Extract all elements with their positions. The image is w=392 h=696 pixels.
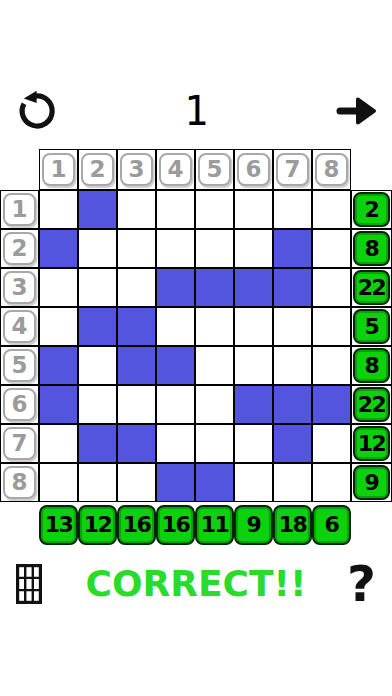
col-header-label: 8: [315, 153, 348, 186]
col-sum-label: 12: [78, 505, 117, 545]
col-header-label: 2: [81, 153, 114, 186]
board-corner-bottom-left: [0, 502, 39, 547]
cell-r4c6[interactable]: [234, 307, 273, 346]
row-sum-3: 22: [351, 268, 392, 307]
cell-r5c5[interactable]: [195, 346, 234, 385]
cell-r2c8[interactable]: [312, 229, 351, 268]
cell-r4c5[interactable]: [195, 307, 234, 346]
cell-r8c7[interactable]: [273, 463, 312, 502]
col-header-8: 8: [312, 149, 351, 190]
row-header-7: 7: [0, 424, 39, 463]
cell-r4c7[interactable]: [273, 307, 312, 346]
row-header-label: 8: [3, 466, 36, 499]
col-header-3: 3: [117, 149, 156, 190]
col-header-1: 1: [39, 149, 78, 190]
cell-r3c1[interactable]: [39, 268, 78, 307]
help-button[interactable]: ?: [347, 559, 376, 609]
cell-r6c7[interactable]: [273, 385, 312, 424]
col-sum-label: 9: [234, 505, 273, 545]
cell-r2c7[interactable]: [273, 229, 312, 268]
cell-r1c7[interactable]: [273, 190, 312, 229]
cell-r2c2[interactable]: [78, 229, 117, 268]
cell-r6c5[interactable]: [195, 385, 234, 424]
row-header-2: 2: [0, 229, 39, 268]
col-sum-label: 11: [195, 505, 234, 545]
cell-r3c8[interactable]: [312, 268, 351, 307]
col-sum-4: 16: [156, 502, 195, 547]
col-header-5: 5: [195, 149, 234, 190]
col-sum-2: 12: [78, 502, 117, 547]
row-sum-label: 8: [353, 231, 390, 266]
cell-r1c8[interactable]: [312, 190, 351, 229]
row-header-label: 4: [3, 310, 36, 343]
level-number: 1: [184, 91, 208, 131]
status-text: CORRECT!!: [86, 566, 307, 602]
cell-r7c1[interactable]: [39, 424, 78, 463]
undo-button[interactable]: [14, 88, 60, 134]
row-sum-label: 22: [353, 387, 390, 422]
undo-circular-arrow-icon: [14, 88, 60, 134]
next-level-button[interactable]: [334, 91, 378, 131]
cell-r6c1[interactable]: [39, 385, 78, 424]
row-sum-label: 12: [353, 426, 390, 461]
cell-r7c4[interactable]: [156, 424, 195, 463]
cell-r8c6[interactable]: [234, 463, 273, 502]
cell-r1c4[interactable]: [156, 190, 195, 229]
col-header-label: 6: [237, 153, 270, 186]
row-sum-label: 8: [353, 348, 390, 383]
row-sum-2: 8: [351, 229, 392, 268]
cell-r5c2[interactable]: [78, 346, 117, 385]
cell-r2c5[interactable]: [195, 229, 234, 268]
board-corner-top-left: [0, 149, 39, 190]
col-sum-8: 6: [312, 502, 351, 547]
col-header-label: 1: [42, 153, 75, 186]
cell-r7c3[interactable]: [117, 424, 156, 463]
col-sum-label: 18: [273, 505, 312, 545]
col-header-label: 3: [120, 153, 153, 186]
cell-r3c2[interactable]: [78, 268, 117, 307]
col-sum-3: 16: [117, 502, 156, 547]
row-header-label: 2: [3, 232, 36, 265]
board: 1234567812283224558622712891312161611918…: [0, 149, 392, 547]
cell-r6c8[interactable]: [312, 385, 351, 424]
col-header-7: 7: [273, 149, 312, 190]
cell-r3c3[interactable]: [117, 268, 156, 307]
cell-r5c6[interactable]: [234, 346, 273, 385]
board-corner-bottom-right: [351, 502, 392, 547]
col-sum-1: 13: [39, 502, 78, 547]
cell-r7c7[interactable]: [273, 424, 312, 463]
col-sum-label: 6: [312, 505, 351, 545]
cell-r6c4[interactable]: [156, 385, 195, 424]
grid-3x3-icon: [16, 564, 42, 604]
cell-r2c4[interactable]: [156, 229, 195, 268]
bottom-toolbar: CORRECT!! ?: [0, 552, 392, 616]
col-sum-5: 11: [195, 502, 234, 547]
cell-r3c4[interactable]: [156, 268, 195, 307]
board-select-button[interactable]: [16, 564, 42, 604]
row-header-3: 3: [0, 268, 39, 307]
cell-r3c7[interactable]: [273, 268, 312, 307]
cell-r7c6[interactable]: [234, 424, 273, 463]
col-sum-label: 16: [156, 505, 195, 545]
col-sum-6: 9: [234, 502, 273, 547]
right-arrow-icon: [334, 91, 378, 131]
cell-r7c5[interactable]: [195, 424, 234, 463]
row-sum-label: 5: [353, 309, 390, 344]
cell-r1c3[interactable]: [117, 190, 156, 229]
row-sum-8: 9: [351, 463, 392, 502]
cell-r1c6[interactable]: [234, 190, 273, 229]
cell-r4c8[interactable]: [312, 307, 351, 346]
row-sum-5: 8: [351, 346, 392, 385]
col-header-label: 4: [159, 153, 192, 186]
cell-r3c5[interactable]: [195, 268, 234, 307]
row-header-5: 5: [0, 346, 39, 385]
cell-r6c6[interactable]: [234, 385, 273, 424]
row-header-label: 1: [3, 193, 36, 226]
row-header-label: 6: [3, 388, 36, 421]
row-sum-4: 5: [351, 307, 392, 346]
cell-r5c4[interactable]: [156, 346, 195, 385]
row-sum-1: 2: [351, 190, 392, 229]
cell-r5c1[interactable]: [39, 346, 78, 385]
col-sum-label: 16: [117, 505, 156, 545]
row-sum-label: 9: [353, 465, 390, 500]
cell-r5c3[interactable]: [117, 346, 156, 385]
cell-r5c8[interactable]: [312, 346, 351, 385]
cell-r4c3[interactable]: [117, 307, 156, 346]
cell-r6c2[interactable]: [78, 385, 117, 424]
row-header-label: 7: [3, 427, 36, 460]
cell-r6c3[interactable]: [117, 385, 156, 424]
cell-r8c2[interactable]: [78, 463, 117, 502]
cell-r4c1[interactable]: [39, 307, 78, 346]
col-header-6: 6: [234, 149, 273, 190]
cell-r1c2[interactable]: [78, 190, 117, 229]
row-sum-label: 2: [353, 192, 390, 227]
row-sum-7: 12: [351, 424, 392, 463]
col-header-2: 2: [78, 149, 117, 190]
col-header-label: 7: [276, 153, 309, 186]
board-corner-top-right: [351, 149, 392, 190]
row-header-label: 3: [3, 271, 36, 304]
cell-r2c1[interactable]: [39, 229, 78, 268]
row-header-label: 5: [3, 349, 36, 382]
kakurasu-app: 1 12345678122832245586227128913121616119…: [0, 0, 392, 696]
col-sum-label: 13: [39, 505, 78, 545]
cell-r5c7[interactable]: [273, 346, 312, 385]
col-sum-7: 18: [273, 502, 312, 547]
top-toolbar: 1: [0, 82, 392, 140]
cell-r2c3[interactable]: [117, 229, 156, 268]
col-header-label: 5: [198, 153, 231, 186]
cell-r1c5[interactable]: [195, 190, 234, 229]
row-header-4: 4: [0, 307, 39, 346]
row-header-6: 6: [0, 385, 39, 424]
cell-r8c5[interactable]: [195, 463, 234, 502]
cell-r7c8[interactable]: [312, 424, 351, 463]
cell-r8c8[interactable]: [312, 463, 351, 502]
cell-r2c6[interactable]: [234, 229, 273, 268]
cell-r8c1[interactable]: [39, 463, 78, 502]
row-header-1: 1: [0, 190, 39, 229]
col-header-4: 4: [156, 149, 195, 190]
cell-r7c2[interactable]: [78, 424, 117, 463]
row-sum-label: 22: [353, 270, 390, 305]
cell-r8c3[interactable]: [117, 463, 156, 502]
cell-r1c1[interactable]: [39, 190, 78, 229]
cell-r3c6[interactable]: [234, 268, 273, 307]
cell-r4c2[interactable]: [78, 307, 117, 346]
row-sum-6: 22: [351, 385, 392, 424]
cell-r8c4[interactable]: [156, 463, 195, 502]
cell-r4c4[interactable]: [156, 307, 195, 346]
row-header-8: 8: [0, 463, 39, 502]
